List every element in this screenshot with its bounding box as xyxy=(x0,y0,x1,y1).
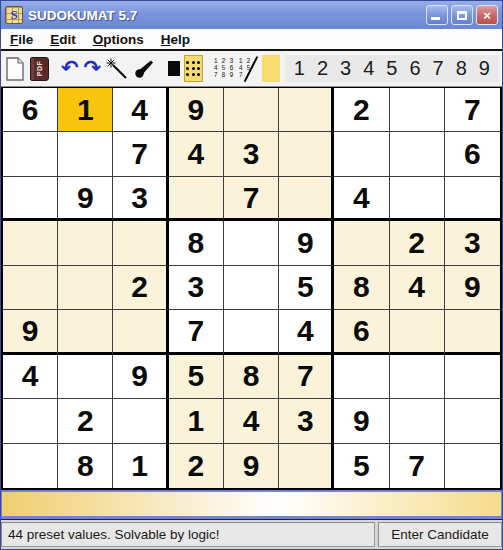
menu-help[interactable]: Help xyxy=(161,32,190,47)
cell-r8c6[interactable]: 3 xyxy=(279,399,334,443)
cell-r5c6[interactable]: 5 xyxy=(279,266,334,310)
cell-r5c2[interactable] xyxy=(58,266,113,310)
cell-r9c7[interactable]: 5 xyxy=(334,444,389,488)
cell-r8c1[interactable] xyxy=(3,399,58,443)
maximize-icon xyxy=(457,11,467,20)
menu-edit[interactable]: Edit xyxy=(50,32,76,47)
cell-r2c8[interactable] xyxy=(390,132,445,176)
candidates-grid-icon: 1 2 3 4 5 6 7 8 9 xyxy=(214,58,234,79)
toolbar-separator xyxy=(159,56,163,82)
cell-r4c7[interactable] xyxy=(334,221,389,265)
number-button-7[interactable]: 7 xyxy=(433,57,444,80)
cell-r7c8[interactable] xyxy=(390,355,445,399)
cell-r3c4[interactable] xyxy=(169,177,224,221)
cell-r1c9[interactable]: 7 xyxy=(445,88,500,132)
cell-r2c3[interactable]: 7 xyxy=(113,132,168,176)
cell-r4c9[interactable]: 3 xyxy=(445,221,500,265)
cell-r5c7[interactable]: 8 xyxy=(334,266,389,310)
number-button-4[interactable]: 4 xyxy=(363,57,374,80)
pen-button[interactable] xyxy=(132,55,156,82)
close-button[interactable]: × xyxy=(476,5,498,25)
cell-r2c9[interactable]: 6 xyxy=(445,132,500,176)
cell-r3c6[interactable] xyxy=(279,177,334,221)
app-icon: S xyxy=(5,6,23,24)
cell-r6c7[interactable]: 6 xyxy=(334,310,389,354)
redo-icon: ↷ xyxy=(84,58,102,79)
cell-r7c1[interactable]: 4 xyxy=(3,355,58,399)
cell-r6c1[interactable]: 9 xyxy=(3,310,58,354)
menubar: File Edit Options Help xyxy=(1,29,502,51)
cell-r3c8[interactable] xyxy=(390,177,445,221)
cell-r3c9[interactable] xyxy=(445,177,500,221)
cell-r1c4[interactable]: 9 xyxy=(169,88,224,132)
cell-r3c5[interactable]: 7 xyxy=(224,177,279,221)
crossed-candidates-icon: 1 2 4 5 7 xyxy=(239,58,251,79)
cell-r6c8[interactable] xyxy=(390,310,445,354)
cell-r9c9[interactable] xyxy=(445,444,500,488)
maximize-button[interactable] xyxy=(451,5,473,25)
number-button-9[interactable]: 9 xyxy=(479,57,490,80)
progress-strip-area xyxy=(1,490,502,519)
input-mode-button[interactable]: Enter Candidate xyxy=(378,522,502,547)
number-button-2[interactable]: 2 xyxy=(317,57,328,80)
cell-r6c6[interactable]: 4 xyxy=(279,310,334,354)
cell-r9c5[interactable]: 9 xyxy=(224,444,279,488)
new-document-icon xyxy=(5,57,25,81)
cell-r9c3[interactable]: 1 xyxy=(113,444,168,488)
cell-r2c5[interactable]: 3 xyxy=(224,132,279,176)
cell-r7c5[interactable]: 8 xyxy=(224,355,279,399)
cell-r4c6[interactable]: 9 xyxy=(279,221,334,265)
cell-r2c6[interactable] xyxy=(279,132,334,176)
number-button-6[interactable]: 6 xyxy=(409,57,420,80)
cell-r8c9[interactable] xyxy=(445,399,500,443)
cell-r8c7[interactable]: 9 xyxy=(334,399,389,443)
cell-r3c7[interactable]: 4 xyxy=(334,177,389,221)
pdf-export-button[interactable]: PDF xyxy=(29,55,50,82)
new-document-button[interactable] xyxy=(4,55,26,82)
cell-r9c4[interactable]: 2 xyxy=(169,444,224,488)
cell-r6c5[interactable] xyxy=(224,310,279,354)
cell-r8c8[interactable] xyxy=(390,399,445,443)
strike-candidates-button[interactable]: 1 2 4 5 7 xyxy=(237,55,252,82)
window-title: SUDOKUMAT 5.7 xyxy=(28,8,421,23)
cell-r1c7[interactable]: 2 xyxy=(334,88,389,132)
cell-r3c2[interactable]: 9 xyxy=(58,177,113,221)
cell-r1c8[interactable] xyxy=(390,88,445,132)
cell-r1c2[interactable]: 1 xyxy=(58,88,113,132)
cell-r4c3[interactable] xyxy=(113,221,168,265)
cell-r1c5[interactable] xyxy=(224,88,279,132)
pdf-icon: PDF xyxy=(30,57,49,81)
gradient-strip xyxy=(2,492,501,516)
close-icon: × xyxy=(483,9,491,22)
show-candidates-button[interactable]: 1 2 3 4 5 6 7 8 9 xyxy=(213,55,235,82)
status-message: 44 preset values. Solvable by logic! xyxy=(1,522,375,547)
toolbar-separator xyxy=(206,56,210,82)
dots-grid-icon xyxy=(185,60,202,77)
cell-r4c1[interactable] xyxy=(3,221,58,265)
minimize-icon xyxy=(431,17,440,20)
candidate-dots-toggle[interactable] xyxy=(184,55,203,82)
cell-r3c3[interactable]: 3 xyxy=(113,177,168,221)
cell-r6c9[interactable] xyxy=(445,310,500,354)
menu-file[interactable]: File xyxy=(10,32,33,47)
cell-r5c4[interactable]: 3 xyxy=(169,266,224,310)
magic-wand-icon xyxy=(106,58,128,80)
cell-r8c5[interactable]: 4 xyxy=(224,399,279,443)
cell-r7c9[interactable] xyxy=(445,355,500,399)
cell-r7c6[interactable]: 7 xyxy=(279,355,334,399)
cell-r4c8[interactable]: 2 xyxy=(390,221,445,265)
cell-r9c8[interactable]: 7 xyxy=(390,444,445,488)
cell-r7c2[interactable] xyxy=(58,355,113,399)
number-button-8[interactable]: 8 xyxy=(456,57,467,80)
app-window: S SUDOKUMAT 5.7 × File Edit Options Help… xyxy=(0,0,503,550)
cell-r1c6[interactable] xyxy=(279,88,334,132)
cell-r9c6[interactable] xyxy=(279,444,334,488)
number-button-1[interactable]: 1 xyxy=(294,57,305,80)
active-color-swatch[interactable] xyxy=(262,55,280,82)
minimize-button[interactable] xyxy=(426,5,448,25)
redo-button[interactable]: ↷ xyxy=(83,55,103,82)
cell-r6c4[interactable]: 7 xyxy=(169,310,224,354)
cell-r2c4[interactable]: 4 xyxy=(169,132,224,176)
cell-r6c2[interactable] xyxy=(58,310,113,354)
number-button-5[interactable]: 5 xyxy=(386,57,397,80)
cell-r2c7[interactable] xyxy=(334,132,389,176)
cell-r8c3[interactable] xyxy=(113,399,168,443)
undo-button[interactable]: ↶ xyxy=(60,55,80,82)
black-square-button[interactable] xyxy=(166,55,181,82)
cell-r5c5[interactable] xyxy=(224,266,279,310)
number-button-3[interactable]: 3 xyxy=(340,57,351,80)
magic-wand-button[interactable] xyxy=(105,55,129,82)
cell-r9c1[interactable] xyxy=(3,444,58,488)
number-buttons: 123456789 xyxy=(285,55,499,82)
cell-r5c8[interactable]: 4 xyxy=(390,266,445,310)
cell-r7c7[interactable] xyxy=(334,355,389,399)
cell-r1c1[interactable]: 6 xyxy=(3,88,58,132)
cell-r7c3[interactable]: 9 xyxy=(113,355,168,399)
cell-r7c4[interactable]: 5 xyxy=(169,355,224,399)
toolbar-separator xyxy=(53,56,57,82)
cell-r9c2[interactable]: 8 xyxy=(58,444,113,488)
black-square-icon xyxy=(168,61,180,76)
menu-options[interactable]: Options xyxy=(93,32,144,47)
window-controls: × xyxy=(426,5,498,25)
cell-r5c3[interactable]: 2 xyxy=(113,266,168,310)
cell-r4c4[interactable]: 8 xyxy=(169,221,224,265)
cell-r5c9[interactable]: 9 xyxy=(445,266,500,310)
cell-r4c2[interactable] xyxy=(58,221,113,265)
undo-icon: ↶ xyxy=(61,58,79,79)
cell-r2c1[interactable] xyxy=(3,132,58,176)
cell-r2c2[interactable] xyxy=(58,132,113,176)
cell-r1c3[interactable]: 4 xyxy=(113,88,168,132)
statusbar: 44 preset values. Solvable by logic! Ent… xyxy=(1,519,502,549)
cell-r8c4[interactable]: 1 xyxy=(169,399,224,443)
titlebar: S SUDOKUMAT 5.7 × xyxy=(1,1,502,29)
cell-r4c5[interactable] xyxy=(224,221,279,265)
sudoku-board: 6149277436937489232358499746495872143981… xyxy=(1,87,502,490)
cell-r8c2[interactable]: 2 xyxy=(58,399,113,443)
cell-r5c1[interactable] xyxy=(3,266,58,310)
cell-r6c3[interactable] xyxy=(113,310,168,354)
cell-r3c1[interactable] xyxy=(3,177,58,221)
pen-icon xyxy=(133,58,155,80)
toolbar: PDF ↶ ↷ xyxy=(1,51,502,87)
